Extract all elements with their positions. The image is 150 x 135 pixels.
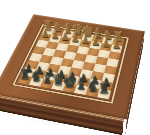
piece-pewter-rook-h1[interactable]: ♜ xyxy=(94,82,114,96)
drawer-knob-icon[interactable] xyxy=(137,70,138,75)
chess-set: ♜♞♝♛♚♝♞♜♟♟♟♟♟♟♟♟♟♟♟♟♟♟♟♟♜♞♝♛♚♝♞♜ xyxy=(0,14,145,119)
piece-bronze-pawn-h7[interactable]: ♟ xyxy=(107,40,125,50)
product-photo: ♜♞♝♛♚♝♞♜♟♟♟♟♟♟♟♟♟♟♟♟♟♟♟♟♜♞♝♛♚♝♞♜ xyxy=(0,0,150,135)
scene: ♜♞♝♛♚♝♞♜♟♟♟♟♟♟♟♟♟♟♟♟♟♟♟♟♜♞♝♛♚♝♞♜ xyxy=(0,0,150,135)
